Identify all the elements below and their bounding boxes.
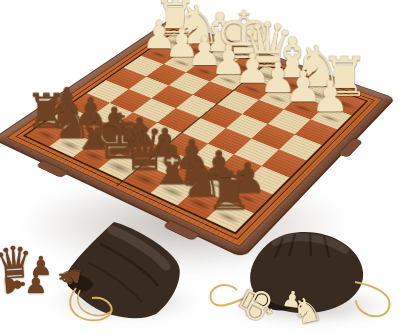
loose-dark-pawn: ♟ [24, 271, 47, 297]
piece-white-pawn: ♟ [296, 75, 364, 118]
product-photo-scene: ♜♞♝♚♛♝♞♜♟♟♟♟♟♟♟♟♟♟♟♟♟♟♟♟♜♞♝♚♛♝♞♜ ♛♟♟♟♞♚♟… [0, 0, 400, 335]
drawstring [355, 282, 390, 316]
piece-dark-rook: ♜ [189, 164, 267, 217]
